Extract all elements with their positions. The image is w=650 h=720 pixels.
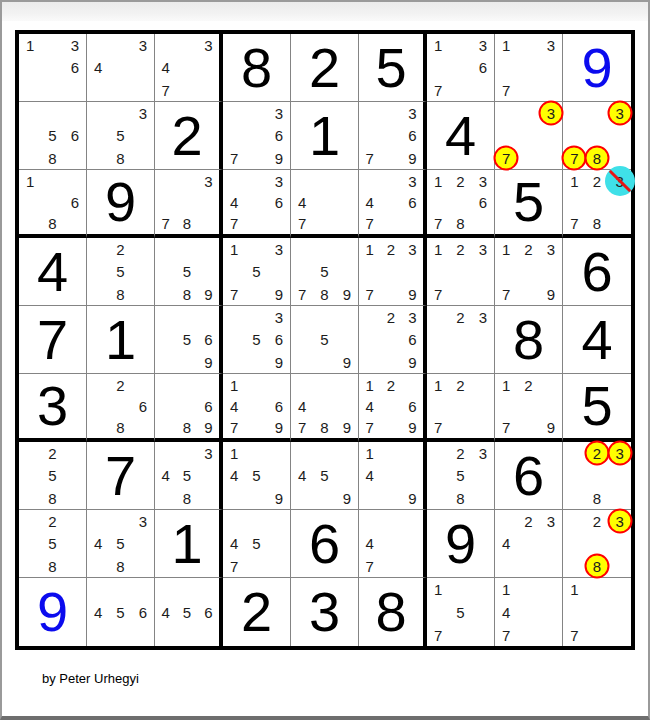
candidate-8[interactable]: 8 bbox=[320, 420, 328, 435]
candidate-5[interactable]: 5 bbox=[48, 468, 56, 483]
candidate-1[interactable]: 1 bbox=[26, 38, 34, 53]
candidate-3[interactable]: 3 bbox=[615, 514, 623, 529]
candidate-3[interactable]: 3 bbox=[615, 106, 623, 121]
candidate-3[interactable]: 3 bbox=[139, 38, 147, 53]
candidate-1[interactable]: 1 bbox=[434, 582, 442, 597]
candidate-4[interactable]: 4 bbox=[230, 194, 238, 209]
candidate-4[interactable]: 4 bbox=[365, 536, 373, 551]
candidate-4[interactable]: 4 bbox=[94, 536, 102, 551]
candidate-3[interactable]: 3 bbox=[479, 242, 487, 257]
candidate-7[interactable]: 7 bbox=[365, 216, 373, 231]
candidate-3[interactable]: 3 bbox=[139, 106, 147, 121]
candidate-4[interactable]: 4 bbox=[230, 398, 238, 413]
candidate-9[interactable]: 9 bbox=[408, 286, 416, 301]
cell-r4c6[interactable]: 12379 bbox=[359, 238, 427, 306]
candidate-2[interactable]: 2 bbox=[456, 173, 464, 188]
candidate-9[interactable]: 9 bbox=[275, 490, 283, 505]
candidate-4[interactable]: 4 bbox=[230, 468, 238, 483]
pencil-slot-8 bbox=[245, 213, 267, 234]
candidate-3[interactable]: 3 bbox=[547, 242, 555, 257]
candidate-3[interactable]: 3 bbox=[479, 310, 487, 325]
candidate-2[interactable]: 2 bbox=[456, 446, 464, 461]
cell-r1c2[interactable]: 34 bbox=[87, 34, 155, 102]
candidate-7[interactable]: 7 bbox=[230, 286, 238, 301]
pencil-slot-2: 2 bbox=[449, 238, 471, 260]
candidate-5[interactable]: 5 bbox=[116, 128, 124, 143]
candidate-2[interactable]: 2 bbox=[593, 514, 601, 529]
cell-r5c2[interactable]: 1 bbox=[87, 306, 155, 374]
candidate-5[interactable]: 5 bbox=[183, 604, 191, 619]
candidate-1[interactable]: 1 bbox=[434, 377, 442, 392]
candidate-7[interactable]: 7 bbox=[434, 82, 442, 97]
candidate-5[interactable]: 5 bbox=[183, 264, 191, 279]
cell-r9c7[interactable]: 157 bbox=[427, 578, 495, 646]
candidate-9[interactable]: 9 bbox=[275, 286, 283, 301]
candidate-7[interactable]: 7 bbox=[570, 627, 578, 642]
candidate-2[interactable]: 2 bbox=[524, 377, 532, 392]
pencil-slot-6: 6 bbox=[198, 395, 219, 416]
candidate-9[interactable]: 9 bbox=[275, 150, 283, 165]
candidate-7[interactable]: 7 bbox=[434, 216, 442, 231]
candidate-8[interactable]: 8 bbox=[593, 558, 601, 573]
candidate-8[interactable]: 8 bbox=[48, 150, 56, 165]
cell-r1c5[interactable]: 2 bbox=[291, 34, 359, 102]
pencil-slot-3: 3 bbox=[402, 170, 423, 191]
cell-r5c7[interactable]: 23 bbox=[427, 306, 495, 374]
pencil-slot-5: 5 bbox=[176, 601, 197, 624]
cell-r2c2[interactable]: 358 bbox=[87, 102, 155, 170]
candidate-7[interactable]: 7 bbox=[161, 82, 169, 97]
candidate-4[interactable]: 4 bbox=[298, 468, 306, 483]
cell-r3c5[interactable]: 47 bbox=[291, 170, 359, 238]
candidate-6[interactable]: 6 bbox=[275, 128, 283, 143]
candidate-6[interactable]: 6 bbox=[408, 332, 416, 347]
candidate-1[interactable]: 1 bbox=[26, 173, 34, 188]
candidate-9[interactable]: 9 bbox=[343, 286, 351, 301]
pencil-slot-4: 4 bbox=[87, 532, 109, 554]
candidate-6[interactable]: 6 bbox=[71, 128, 79, 143]
candidate-1[interactable]: 1 bbox=[502, 242, 510, 257]
candidate-7[interactable]: 7 bbox=[502, 627, 510, 642]
candidate-2[interactable]: 2 bbox=[456, 377, 464, 392]
candidate-1[interactable]: 1 bbox=[434, 242, 442, 257]
candidate-5[interactable]: 5 bbox=[116, 604, 124, 619]
cell-r3c2[interactable]: 9 bbox=[87, 170, 155, 238]
candidate-1[interactable]: 1 bbox=[502, 582, 510, 597]
candidate-3[interactable]: 3 bbox=[204, 38, 212, 53]
candidate-5[interactable]: 5 bbox=[48, 128, 56, 143]
candidate-8[interactable]: 8 bbox=[183, 420, 191, 435]
candidate-7[interactable]: 7 bbox=[502, 150, 510, 165]
candidate-3[interactable]: 3 bbox=[275, 173, 283, 188]
candidate-9[interactable]: 9 bbox=[275, 354, 283, 369]
candidate-2[interactable]: 2 bbox=[456, 242, 464, 257]
cell-r5c3[interactable]: 569 bbox=[155, 306, 223, 374]
candidate-6[interactable]: 6 bbox=[408, 398, 416, 413]
candidate-3[interactable]: 3 bbox=[408, 173, 416, 188]
cell-r1c3[interactable]: 347 bbox=[155, 34, 223, 102]
pencil-slot-5 bbox=[380, 191, 401, 212]
candidate-7[interactable]: 7 bbox=[230, 420, 238, 435]
candidate-3[interactable]: 3 bbox=[408, 242, 416, 257]
cell-r3c3[interactable]: 378 bbox=[155, 170, 223, 238]
cell-r7c2[interactable]: 7 bbox=[87, 442, 155, 510]
cell-r3c4[interactable]: 3467 bbox=[223, 170, 291, 238]
cell-r7c7[interactable]: 2358 bbox=[427, 442, 495, 510]
cell-r7c8[interactable]: 6 bbox=[495, 442, 563, 510]
candidate-7[interactable]: 7 bbox=[434, 627, 442, 642]
cell-r2c8[interactable]: 37 bbox=[495, 102, 563, 170]
candidate-1[interactable]: 1 bbox=[365, 242, 373, 257]
candidate-8[interactable]: 8 bbox=[456, 490, 464, 505]
candidate-9[interactable]: 9 bbox=[547, 286, 555, 301]
pencil-slot-2 bbox=[313, 306, 335, 328]
candidate-8[interactable]: 8 bbox=[116, 150, 124, 165]
cell-r9c2[interactable]: 456 bbox=[87, 578, 155, 646]
cell-r6c6[interactable]: 124679 bbox=[359, 374, 427, 442]
board[interactable]: 1363434782513671379568358236791367943737… bbox=[15, 30, 635, 650]
pencil-slot-5 bbox=[380, 532, 401, 554]
candidate-9[interactable]: 9 bbox=[204, 286, 212, 301]
pencil-slot-4: 4 bbox=[359, 395, 380, 416]
cell-r2c3[interactable]: 2 bbox=[155, 102, 223, 170]
candidate-3[interactable]: 3 bbox=[547, 514, 555, 529]
cell-r8c5[interactable]: 6 bbox=[291, 510, 359, 578]
candidate-7[interactable]: 7 bbox=[230, 558, 238, 573]
pencil-slot-7: 7 bbox=[223, 283, 245, 305]
candidate-4[interactable]: 4 bbox=[502, 536, 510, 551]
candidate-9[interactable]: 9 bbox=[408, 490, 416, 505]
candidate-4[interactable]: 4 bbox=[365, 468, 373, 483]
cell-r2c5[interactable]: 1 bbox=[291, 102, 359, 170]
pencil-slot-1 bbox=[155, 306, 176, 328]
candidate-8[interactable]: 8 bbox=[320, 286, 328, 301]
candidate-6[interactable]: 6 bbox=[275, 194, 283, 209]
candidate-5[interactable]: 5 bbox=[456, 604, 464, 619]
cell-r6c2[interactable]: 268 bbox=[87, 374, 155, 442]
pencil-slot-8: 8 bbox=[313, 417, 335, 438]
candidate-5[interactable]: 5 bbox=[116, 536, 124, 551]
candidate-7[interactable]: 7 bbox=[298, 286, 306, 301]
candidate-1[interactable]: 1 bbox=[502, 377, 510, 392]
candidate-2[interactable]: 2 bbox=[524, 514, 532, 529]
candidate-2[interactable]: 2 bbox=[593, 446, 601, 461]
cell-r3c8[interactable]: 5 bbox=[495, 170, 563, 238]
candidate-3[interactable]: 3 bbox=[408, 106, 416, 121]
candidate-7[interactable]: 7 bbox=[434, 420, 442, 435]
candidate-6[interactable]: 6 bbox=[71, 194, 79, 209]
candidate-9[interactable]: 9 bbox=[343, 490, 351, 505]
candidate-3[interactable]: 3 bbox=[275, 310, 283, 325]
candidate-4[interactable]: 4 bbox=[161, 468, 169, 483]
cell-r7c4[interactable]: 1459 bbox=[223, 442, 291, 510]
candidate-8[interactable]: 8 bbox=[456, 216, 464, 231]
candidate-1[interactable]: 1 bbox=[230, 377, 238, 392]
candidate-7[interactable]: 7 bbox=[365, 150, 373, 165]
candidate-6[interactable]: 6 bbox=[71, 60, 79, 75]
candidate-7[interactable]: 7 bbox=[365, 420, 373, 435]
candidate-6[interactable]: 6 bbox=[408, 128, 416, 143]
candidate-8[interactable]: 8 bbox=[593, 216, 601, 231]
cell-r5c1[interactable]: 7 bbox=[19, 306, 87, 374]
cell-r6c8[interactable]: 1279 bbox=[495, 374, 563, 442]
candidate-5[interactable]: 5 bbox=[320, 468, 328, 483]
candidate-4[interactable]: 4 bbox=[298, 194, 306, 209]
candidate-9[interactable]: 9 bbox=[204, 354, 212, 369]
candidate-3[interactable]: 3 bbox=[71, 38, 79, 53]
candidate-8[interactable]: 8 bbox=[116, 286, 124, 301]
cell-r8c3[interactable]: 1 bbox=[155, 510, 223, 578]
cell-r8c7[interactable]: 9 bbox=[427, 510, 495, 578]
candidate-3[interactable]: 3 bbox=[479, 38, 487, 53]
candidate-1[interactable]: 1 bbox=[434, 173, 442, 188]
candidate-5[interactable]: 5 bbox=[183, 468, 191, 483]
cell-r6c4[interactable]: 14679 bbox=[223, 374, 291, 442]
candidate-2[interactable]: 2 bbox=[456, 310, 464, 325]
candidate-4[interactable]: 4 bbox=[94, 60, 102, 75]
candidate-2[interactable]: 2 bbox=[116, 377, 124, 392]
cell-r8c4[interactable]: 457 bbox=[223, 510, 291, 578]
candidate-4[interactable]: 4 bbox=[365, 194, 373, 209]
candidate-1[interactable]: 1 bbox=[230, 446, 238, 461]
cell-r6c5[interactable]: 4789 bbox=[291, 374, 359, 442]
cell-r8c9[interactable]: 238 bbox=[563, 510, 631, 578]
candidate-2[interactable]: 2 bbox=[48, 446, 56, 461]
solved-digit: 1 bbox=[155, 510, 219, 577]
cell-r8c1[interactable]: 258 bbox=[19, 510, 87, 578]
candidate-1[interactable]: 1 bbox=[365, 377, 373, 392]
candidate-7[interactable]: 7 bbox=[161, 216, 169, 231]
candidate-7[interactable]: 7 bbox=[502, 420, 510, 435]
pencil-slot-7: 7 bbox=[223, 213, 245, 234]
cell-r5c6[interactable]: 2369 bbox=[359, 306, 427, 374]
cell-r3c9[interactable]: 12378 bbox=[563, 170, 631, 238]
pencil-slot-6 bbox=[336, 191, 358, 212]
cell-r8c2[interactable]: 3458 bbox=[87, 510, 155, 578]
cell-r2c6[interactable]: 3679 bbox=[359, 102, 427, 170]
cell-r3c7[interactable]: 123678 bbox=[427, 170, 495, 238]
candidate-2[interactable]: 2 bbox=[387, 310, 395, 325]
candidate-3[interactable]: 3 bbox=[275, 106, 283, 121]
candidate-5[interactable]: 5 bbox=[252, 264, 260, 279]
candidate-5[interactable]: 5 bbox=[456, 468, 464, 483]
candidate-3[interactable]: 3 bbox=[615, 446, 623, 461]
candidate-3[interactable]: 3 bbox=[408, 310, 416, 325]
pencil-slot-2: 2 bbox=[109, 238, 131, 260]
candidate-2[interactable]: 2 bbox=[524, 242, 532, 257]
cell-r5c5[interactable]: 59 bbox=[291, 306, 359, 374]
cell-r2c1[interactable]: 568 bbox=[19, 102, 87, 170]
cell-r1c6[interactable]: 5 bbox=[359, 34, 427, 102]
candidate-3[interactable]: 3 bbox=[547, 106, 555, 121]
candidate-9[interactable]: 9 bbox=[343, 354, 351, 369]
candidate-7[interactable]: 7 bbox=[298, 216, 306, 231]
candidate-7[interactable]: 7 bbox=[230, 150, 238, 165]
cell-r9c8[interactable]: 147 bbox=[495, 578, 563, 646]
candidate-1[interactable]: 1 bbox=[434, 38, 442, 53]
cell-r1c9[interactable]: 9 bbox=[563, 34, 631, 102]
cell-r1c7[interactable]: 1367 bbox=[427, 34, 495, 102]
candidate-6[interactable]: 6 bbox=[139, 604, 147, 619]
pencil-slot-4: 4 bbox=[495, 601, 517, 624]
candidate-2[interactable]: 2 bbox=[387, 377, 395, 392]
candidate-9[interactable]: 9 bbox=[408, 150, 416, 165]
candidate-5[interactable]: 5 bbox=[48, 536, 56, 551]
cell-r7c3[interactable]: 3458 bbox=[155, 442, 223, 510]
candidate-6[interactable]: 6 bbox=[275, 398, 283, 413]
candidate-7[interactable]: 7 bbox=[298, 420, 306, 435]
candidate-8[interactable]: 8 bbox=[183, 490, 191, 505]
cell-r9c1[interactable]: 9 bbox=[19, 578, 87, 646]
candidate-6[interactable]: 6 bbox=[204, 398, 212, 413]
pencil-slot-9 bbox=[472, 417, 494, 438]
candidate-4[interactable]: 4 bbox=[94, 604, 102, 619]
cell-r1c8[interactable]: 137 bbox=[495, 34, 563, 102]
candidate-1[interactable]: 1 bbox=[570, 173, 578, 188]
candidate-6[interactable]: 6 bbox=[139, 398, 147, 413]
candidate-6[interactable]: 6 bbox=[408, 194, 416, 209]
candidate-8[interactable]: 8 bbox=[183, 216, 191, 231]
cell-r9c3[interactable]: 456 bbox=[155, 578, 223, 646]
candidate-8[interactable]: 8 bbox=[48, 216, 56, 231]
candidate-7[interactable]: 7 bbox=[570, 216, 578, 231]
candidate-9[interactable]: 9 bbox=[408, 354, 416, 369]
cell-r2c4[interactable]: 3679 bbox=[223, 102, 291, 170]
candidate-3[interactable]: 3 bbox=[204, 446, 212, 461]
cell-r1c1[interactable]: 136 bbox=[19, 34, 87, 102]
candidate-8[interactable]: 8 bbox=[593, 490, 601, 505]
cell-r4c1[interactable]: 4 bbox=[19, 238, 87, 306]
candidate-7[interactable]: 7 bbox=[365, 286, 373, 301]
candidate-6[interactable]: 6 bbox=[204, 332, 212, 347]
candidate-5[interactable]: 5 bbox=[116, 264, 124, 279]
candidate-7[interactable]: 7 bbox=[570, 150, 578, 165]
cell-r5c8[interactable]: 8 bbox=[495, 306, 563, 374]
cell-r6c7[interactable]: 127 bbox=[427, 374, 495, 442]
cell-r4c7[interactable]: 1237 bbox=[427, 238, 495, 306]
pencil-slot-8: 8 bbox=[176, 213, 197, 234]
candidate-1[interactable]: 1 bbox=[365, 446, 373, 461]
cell-r4c8[interactable]: 12379 bbox=[495, 238, 563, 306]
cell-r4c9[interactable]: 6 bbox=[563, 238, 631, 306]
candidate-3[interactable]: 3 bbox=[547, 38, 555, 53]
pencil-slot-7: 7 bbox=[427, 79, 449, 101]
pencil-slot-3: 3 bbox=[608, 170, 631, 191]
cell-r7c5[interactable]: 459 bbox=[291, 442, 359, 510]
candidate-6[interactable]: 6 bbox=[479, 194, 487, 209]
candidate-9[interactable]: 9 bbox=[275, 420, 283, 435]
cell-r7c1[interactable]: 258 bbox=[19, 442, 87, 510]
cell-r9c5[interactable]: 3 bbox=[291, 578, 359, 646]
cell-r8c8[interactable]: 234 bbox=[495, 510, 563, 578]
cell-r5c4[interactable]: 3569 bbox=[223, 306, 291, 374]
candidate-5[interactable]: 5 bbox=[320, 332, 328, 347]
cell-r2c9[interactable]: 378 bbox=[563, 102, 631, 170]
candidate-3[interactable]: 3 bbox=[275, 242, 283, 257]
candidate-7[interactable]: 7 bbox=[365, 558, 373, 573]
candidate-9[interactable]: 9 bbox=[204, 420, 212, 435]
cell-r8c6[interactable]: 47 bbox=[359, 510, 427, 578]
candidate-3[interactable]: 3 bbox=[204, 173, 212, 188]
cell-r7c9[interactable]: 238 bbox=[563, 442, 631, 510]
candidate-6[interactable]: 6 bbox=[479, 60, 487, 75]
candidate-4[interactable]: 4 bbox=[230, 536, 238, 551]
candidate-8[interactable]: 8 bbox=[48, 558, 56, 573]
candidate-8[interactable]: 8 bbox=[116, 558, 124, 573]
candidate-5[interactable]: 5 bbox=[252, 468, 260, 483]
candidate-1[interactable]: 1 bbox=[570, 582, 578, 597]
cell-r6c3[interactable]: 689 bbox=[155, 374, 223, 442]
candidate-1[interactable]: 1 bbox=[502, 38, 510, 53]
cell-r3c1[interactable]: 168 bbox=[19, 170, 87, 238]
candidate-2[interactable]: 2 bbox=[116, 242, 124, 257]
candidate-7[interactable]: 7 bbox=[230, 216, 238, 231]
pencil-slot-4 bbox=[427, 191, 449, 212]
pencil-slot-8 bbox=[380, 147, 401, 169]
candidate-5[interactable]: 5 bbox=[252, 332, 260, 347]
cell-r9c9[interactable]: 17 bbox=[563, 578, 631, 646]
candidate-4[interactable]: 4 bbox=[161, 60, 169, 75]
candidate-3[interactable]: 3 bbox=[139, 514, 147, 529]
candidate-2[interactable]: 2 bbox=[593, 173, 601, 188]
candidate-9[interactable]: 9 bbox=[408, 420, 416, 435]
pencil-marks: 5789 bbox=[291, 238, 358, 305]
pencil-slot-8 bbox=[517, 623, 539, 646]
candidate-4[interactable]: 4 bbox=[298, 398, 306, 413]
candidate-8[interactable]: 8 bbox=[116, 420, 124, 435]
cell-r7c6[interactable]: 149 bbox=[359, 442, 427, 510]
candidate-2[interactable]: 2 bbox=[48, 514, 56, 529]
pencil-slot-7 bbox=[427, 487, 449, 509]
candidate-9[interactable]: 9 bbox=[547, 420, 555, 435]
candidate-8[interactable]: 8 bbox=[593, 150, 601, 165]
candidate-1[interactable]: 1 bbox=[230, 242, 238, 257]
pencil-slot-2 bbox=[109, 510, 131, 532]
candidate-5[interactable]: 5 bbox=[320, 264, 328, 279]
candidate-4[interactable]: 4 bbox=[502, 604, 510, 619]
candidate-8[interactable]: 8 bbox=[183, 286, 191, 301]
candidate-4[interactable]: 4 bbox=[161, 604, 169, 619]
candidate-6[interactable]: 6 bbox=[275, 332, 283, 347]
cell-r4c3[interactable]: 589 bbox=[155, 238, 223, 306]
cell-r6c1[interactable]: 3 bbox=[19, 374, 87, 442]
candidate-7[interactable]: 7 bbox=[502, 82, 510, 97]
cell-r9c6[interactable]: 8 bbox=[359, 578, 427, 646]
candidate-3[interactable]: 3 bbox=[479, 173, 487, 188]
candidate-5[interactable]: 5 bbox=[252, 536, 260, 551]
cell-r2c7[interactable]: 4 bbox=[427, 102, 495, 170]
candidate-4[interactable]: 4 bbox=[365, 398, 373, 413]
pencil-slot-3: 3 bbox=[540, 34, 562, 56]
cell-r5c9[interactable]: 4 bbox=[563, 306, 631, 374]
cell-r6c9[interactable]: 5 bbox=[563, 374, 631, 442]
candidate-8[interactable]: 8 bbox=[48, 490, 56, 505]
cell-r4c5[interactable]: 5789 bbox=[291, 238, 359, 306]
candidate-5[interactable]: 5 bbox=[183, 332, 191, 347]
cell-r4c4[interactable]: 13579 bbox=[223, 238, 291, 306]
cell-r9c4[interactable]: 2 bbox=[223, 578, 291, 646]
cell-r4c2[interactable]: 258 bbox=[87, 238, 155, 306]
candidate-7[interactable]: 7 bbox=[434, 286, 442, 301]
candidate-9[interactable]: 9 bbox=[343, 420, 351, 435]
candidate-3[interactable]: 3 bbox=[479, 446, 487, 461]
pencil-slot-8 bbox=[449, 623, 471, 646]
candidate-2[interactable]: 2 bbox=[387, 242, 395, 257]
cell-r1c4[interactable]: 8 bbox=[223, 34, 291, 102]
candidate-7[interactable]: 7 bbox=[502, 286, 510, 301]
candidate-6[interactable]: 6 bbox=[204, 604, 212, 619]
cell-r3c6[interactable]: 3467 bbox=[359, 170, 427, 238]
